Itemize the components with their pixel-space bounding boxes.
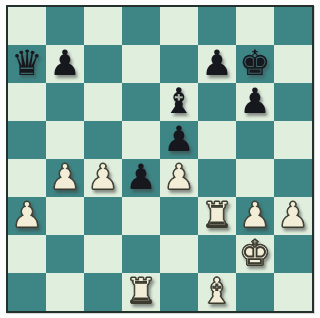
- square-d3[interactable]: [122, 197, 160, 235]
- square-f6[interactable]: [198, 83, 236, 121]
- square-c7[interactable]: [84, 45, 122, 83]
- piece-black-pawn-b7[interactable]: ♟: [49, 46, 80, 81]
- square-e6[interactable]: ♝: [160, 83, 198, 121]
- square-e3[interactable]: [160, 197, 198, 235]
- square-b5[interactable]: [46, 121, 84, 159]
- square-g7[interactable]: ♚: [236, 45, 274, 83]
- piece-black-queen-a7[interactable]: ♛: [11, 46, 42, 81]
- square-e7[interactable]: [160, 45, 198, 83]
- square-b8[interactable]: [46, 7, 84, 45]
- square-c2[interactable]: [84, 235, 122, 273]
- square-g2[interactable]: ♚: [236, 235, 274, 273]
- piece-white-pawn-a3[interactable]: ♟: [11, 198, 42, 233]
- square-e8[interactable]: [160, 7, 198, 45]
- square-g5[interactable]: [236, 121, 274, 159]
- square-e2[interactable]: [160, 235, 198, 273]
- square-g4[interactable]: [236, 159, 274, 197]
- square-f1[interactable]: ♝: [198, 273, 236, 311]
- square-c5[interactable]: [84, 121, 122, 159]
- square-d6[interactable]: [122, 83, 160, 121]
- square-h4[interactable]: [274, 159, 312, 197]
- square-g8[interactable]: [236, 7, 274, 45]
- square-g6[interactable]: ♟: [236, 83, 274, 121]
- square-h3[interactable]: ♟: [274, 197, 312, 235]
- square-f7[interactable]: ♟: [198, 45, 236, 83]
- square-a7[interactable]: ♛: [8, 45, 46, 83]
- square-d4[interactable]: ♟: [122, 159, 160, 197]
- square-f5[interactable]: [198, 121, 236, 159]
- piece-white-rook-f3[interactable]: ♜: [201, 198, 232, 233]
- square-d1[interactable]: ♜: [122, 273, 160, 311]
- piece-white-pawn-e4[interactable]: ♟: [163, 160, 194, 195]
- square-b2[interactable]: [46, 235, 84, 273]
- square-h8[interactable]: [274, 7, 312, 45]
- square-g3[interactable]: ♟: [236, 197, 274, 235]
- square-e4[interactable]: ♟: [160, 159, 198, 197]
- square-a5[interactable]: [8, 121, 46, 159]
- square-b3[interactable]: [46, 197, 84, 235]
- square-d2[interactable]: [122, 235, 160, 273]
- piece-black-pawn-d4[interactable]: ♟: [125, 160, 156, 195]
- square-a1[interactable]: [8, 273, 46, 311]
- square-b1[interactable]: [46, 273, 84, 311]
- square-a6[interactable]: [8, 83, 46, 121]
- square-h1[interactable]: [274, 273, 312, 311]
- piece-white-pawn-g3[interactable]: ♟: [239, 198, 270, 233]
- square-h2[interactable]: [274, 235, 312, 273]
- square-f2[interactable]: [198, 235, 236, 273]
- square-f3[interactable]: ♜: [198, 197, 236, 235]
- square-c3[interactable]: [84, 197, 122, 235]
- square-e1[interactable]: [160, 273, 198, 311]
- piece-black-pawn-f7[interactable]: ♟: [201, 46, 232, 81]
- piece-white-bishop-f1[interactable]: ♝: [201, 274, 232, 309]
- square-a2[interactable]: [8, 235, 46, 273]
- square-f8[interactable]: [198, 7, 236, 45]
- piece-black-king-g7[interactable]: ♚: [239, 46, 270, 81]
- square-c8[interactable]: [84, 7, 122, 45]
- square-b6[interactable]: [46, 83, 84, 121]
- piece-white-rook-d1[interactable]: ♜: [125, 274, 156, 309]
- piece-white-pawn-b4[interactable]: ♟: [49, 160, 80, 195]
- square-d8[interactable]: [122, 7, 160, 45]
- square-g1[interactable]: [236, 273, 274, 311]
- square-a8[interactable]: [8, 7, 46, 45]
- square-f4[interactable]: [198, 159, 236, 197]
- piece-black-pawn-g6[interactable]: ♟: [239, 84, 270, 119]
- square-c6[interactable]: [84, 83, 122, 121]
- chess-board: ♛♟♟♚♝♟♟♟♟♟♟♟♜♟♟♚♜♝: [6, 5, 314, 313]
- square-a4[interactable]: [8, 159, 46, 197]
- piece-black-pawn-e5[interactable]: ♟: [163, 122, 194, 157]
- square-c4[interactable]: ♟: [84, 159, 122, 197]
- piece-white-pawn-h3[interactable]: ♟: [277, 198, 308, 233]
- square-h7[interactable]: [274, 45, 312, 83]
- square-c1[interactable]: [84, 273, 122, 311]
- square-h6[interactable]: [274, 83, 312, 121]
- square-d7[interactable]: [122, 45, 160, 83]
- piece-black-bishop-e6[interactable]: ♝: [163, 84, 194, 119]
- square-b7[interactable]: ♟: [46, 45, 84, 83]
- piece-white-king-g2[interactable]: ♚: [239, 236, 270, 271]
- square-e5[interactable]: ♟: [160, 121, 198, 159]
- square-h5[interactable]: [274, 121, 312, 159]
- chess-diagram-page: ♛♟♟♚♝♟♟♟♟♟♟♟♜♟♟♚♜♝: [0, 0, 320, 318]
- square-a3[interactable]: ♟: [8, 197, 46, 235]
- piece-white-pawn-c4[interactable]: ♟: [87, 160, 118, 195]
- square-b4[interactable]: ♟: [46, 159, 84, 197]
- square-d5[interactable]: [122, 121, 160, 159]
